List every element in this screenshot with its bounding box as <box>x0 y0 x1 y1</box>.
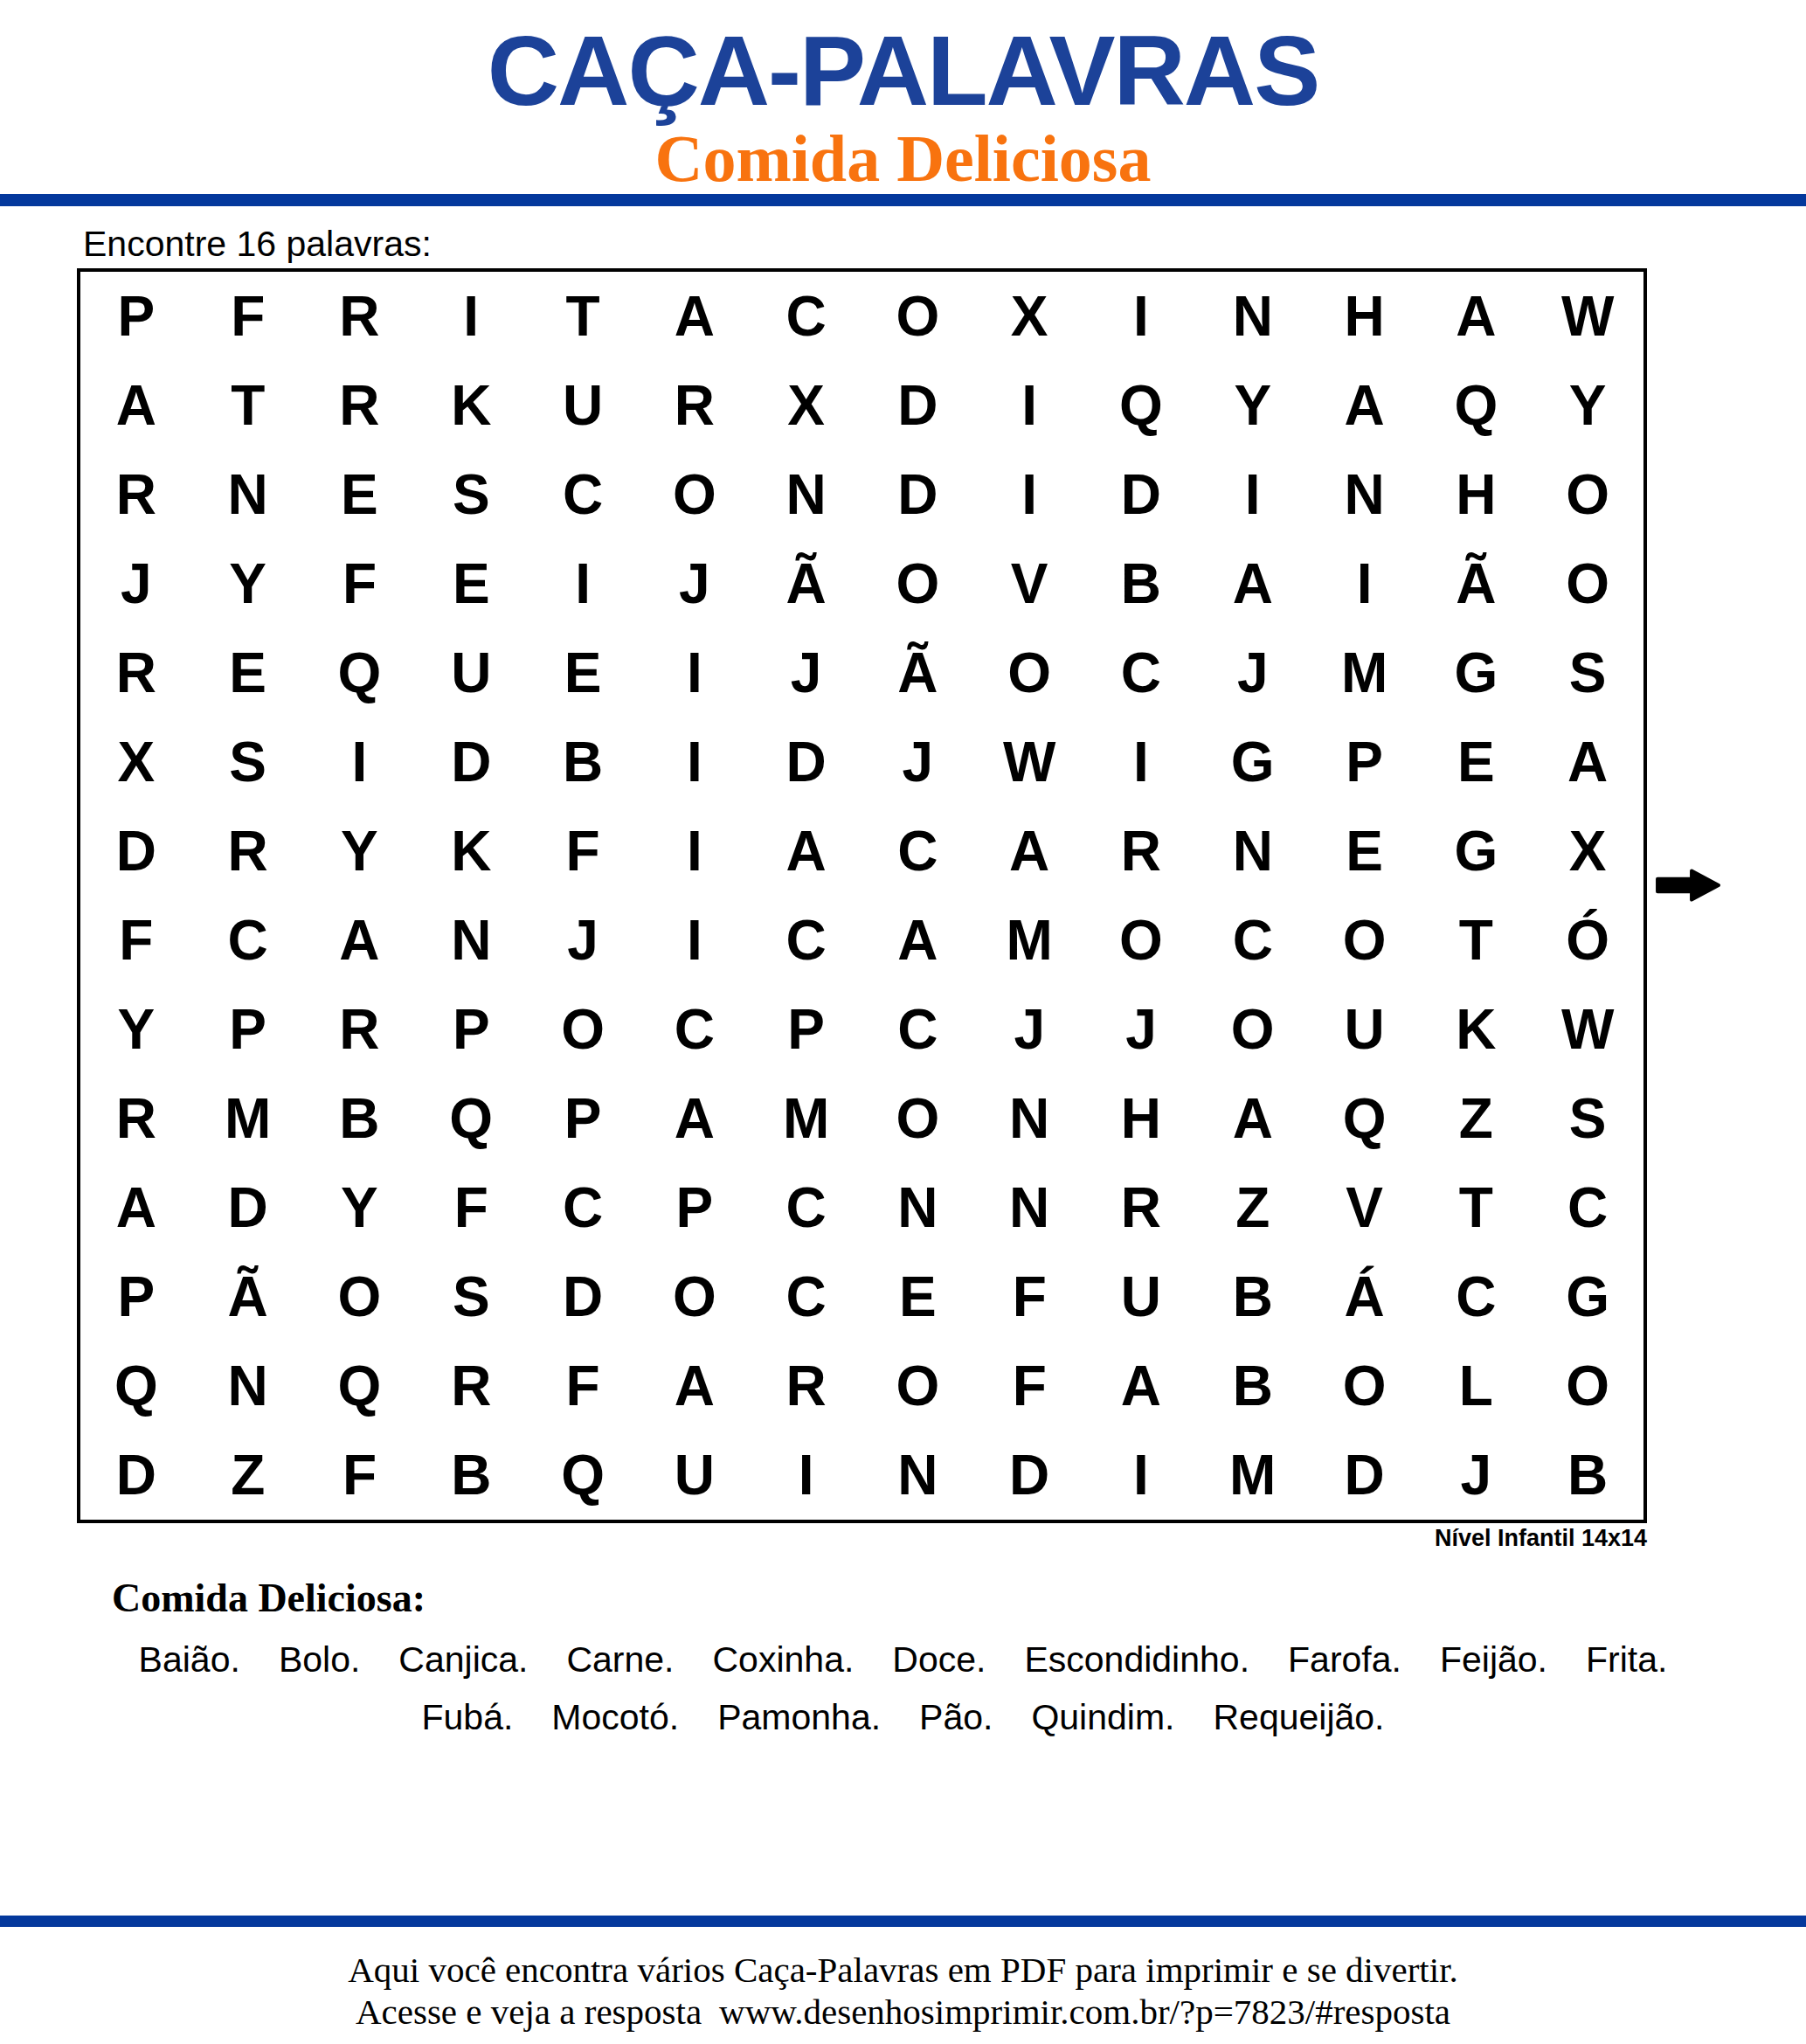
grid-cell[interactable]: Q <box>304 628 416 717</box>
grid-cell[interactable]: A <box>1420 272 1532 361</box>
word-list-item: Baião. <box>139 1639 240 1680</box>
grid-cell[interactable]: N <box>192 450 304 539</box>
word-list-item: Fubá. <box>421 1697 513 1738</box>
grid-cell[interactable]: C <box>861 985 973 1074</box>
grid-cell[interactable]: J <box>861 717 973 807</box>
grid-cell[interactable]: G <box>1532 1252 1643 1341</box>
grid-cell[interactable]: I <box>1085 717 1197 807</box>
grid-cell[interactable]: F <box>80 896 192 985</box>
divider-bar-top <box>0 194 1806 206</box>
page-subtitle: Comida Deliciosa <box>0 124 1806 192</box>
grid-cell[interactable]: J <box>639 539 751 628</box>
grid-cell[interactable]: F <box>304 539 416 628</box>
grid-cell[interactable]: I <box>304 717 416 807</box>
grid-cell[interactable]: A <box>639 1341 751 1431</box>
footer-text-2: Acesse e veja a respostawww.desenhosimpr… <box>0 1991 1806 2033</box>
grid-cell[interactable]: B <box>1197 1341 1309 1431</box>
grid-cell[interactable]: F <box>527 1341 639 1431</box>
grid-cell[interactable]: I <box>973 361 1085 450</box>
grid-cell[interactable]: W <box>1532 985 1643 1074</box>
grid-cell[interactable]: U <box>415 628 527 717</box>
word-list-item: Pamonha. <box>717 1697 881 1738</box>
grid-cell[interactable]: B <box>304 1074 416 1163</box>
grid-cell[interactable]: B <box>1085 539 1197 628</box>
grid-cell[interactable]: Z <box>192 1431 304 1520</box>
grid-cell[interactable]: Q <box>304 1341 416 1431</box>
grid-cell[interactable]: Á <box>1309 1252 1421 1341</box>
grid-cell[interactable]: O <box>1085 896 1197 985</box>
grid-cell[interactable]: W <box>973 717 1085 807</box>
word-search-grid: PFRITACOXINHAWATRKURXDIQYAQYRNESCONDIDIN… <box>77 268 1647 1523</box>
grid-cell[interactable]: B <box>415 1431 527 1520</box>
grid-cell[interactable]: I <box>639 628 751 717</box>
grid-cell[interactable]: K <box>415 361 527 450</box>
grid-cell[interactable]: O <box>861 1074 973 1163</box>
grid-cell[interactable]: I <box>1085 272 1197 361</box>
grid-cell[interactable]: C <box>1085 628 1197 717</box>
grid-cell[interactable]: Z <box>1420 1074 1532 1163</box>
grid-cell[interactable]: A <box>861 896 973 985</box>
page-title: CAÇA-PALAVRAS <box>0 23 1806 119</box>
grid-cell[interactable]: F <box>973 1252 1085 1341</box>
grid-cell[interactable]: P <box>80 1252 192 1341</box>
grid-cell[interactable]: D <box>751 717 862 807</box>
grid-cell[interactable]: N <box>415 896 527 985</box>
grid-cell[interactable]: A <box>639 272 751 361</box>
grid-cell[interactable]: V <box>1309 1163 1421 1252</box>
grid-cell[interactable]: D <box>80 1431 192 1520</box>
grid-cell[interactable]: Q <box>80 1341 192 1431</box>
grid-cell[interactable]: Q <box>1085 361 1197 450</box>
grid-cell[interactable]: C <box>751 1163 862 1252</box>
grid-cell[interactable]: Q <box>1309 1074 1421 1163</box>
grid-cell[interactable]: Y <box>192 539 304 628</box>
grid-cell[interactable]: C <box>1420 1252 1532 1341</box>
instruction-label: Encontre 16 palavras: <box>83 224 432 265</box>
grid-cell[interactable]: M <box>192 1074 304 1163</box>
grid-cell[interactable]: G <box>1197 717 1309 807</box>
grid-cell[interactable]: R <box>1085 807 1197 896</box>
grid-cell[interactable]: A <box>973 807 1085 896</box>
grid-cell[interactable]: Y <box>1197 361 1309 450</box>
grid-cell[interactable]: O <box>639 1252 751 1341</box>
grid-cell[interactable]: H <box>1420 450 1532 539</box>
grid-cell[interactable]: P <box>527 1074 639 1163</box>
grid-cell[interactable]: R <box>304 361 416 450</box>
grid-cell[interactable]: G <box>1420 807 1532 896</box>
grid-cell[interactable]: X <box>1532 807 1643 896</box>
grid-cell[interactable]: I <box>639 896 751 985</box>
grid-cell[interactable]: V <box>973 539 1085 628</box>
grid-cell[interactable]: R <box>304 985 416 1074</box>
grid-cell[interactable]: H <box>1309 272 1421 361</box>
grid-cell[interactable]: X <box>973 272 1085 361</box>
grid-cell[interactable]: A <box>80 361 192 450</box>
grid-cell[interactable]: W <box>1532 272 1643 361</box>
word-list-item: Quindim. <box>1031 1697 1174 1738</box>
grid-cell[interactable]: D <box>1085 450 1197 539</box>
grid-cell[interactable]: O <box>1309 1341 1421 1431</box>
grid-cell[interactable]: P <box>80 272 192 361</box>
grid-cell[interactable]: R <box>80 628 192 717</box>
grid-cell[interactable]: E <box>1309 807 1421 896</box>
page: CAÇA-PALAVRAS Comida Deliciosa Encontre … <box>0 0 1806 2044</box>
grid-cell[interactable]: C <box>751 272 862 361</box>
word-list-item: Doce. <box>892 1639 986 1680</box>
grid-cell[interactable]: J <box>1085 985 1197 1074</box>
grid-cell[interactable]: D <box>973 1431 1085 1520</box>
grid-cell[interactable]: E <box>192 628 304 717</box>
grid-cell[interactable]: B <box>1197 1252 1309 1341</box>
grid-cell[interactable]: I <box>751 1431 862 1520</box>
word-list-item: Bolo. <box>279 1639 360 1680</box>
grid-cell[interactable]: D <box>80 807 192 896</box>
grid-cell[interactable]: U <box>527 361 639 450</box>
grid-cell[interactable]: Ã <box>192 1252 304 1341</box>
grid-cell[interactable]: I <box>639 807 751 896</box>
grid-cell[interactable]: O <box>861 1341 973 1431</box>
grid-cell[interactable]: C <box>527 450 639 539</box>
divider-bar-bottom <box>0 1916 1806 1927</box>
grid-cell[interactable]: A <box>304 896 416 985</box>
grid-cell[interactable]: O <box>639 450 751 539</box>
grid-cell[interactable]: T <box>1420 896 1532 985</box>
grid-cell[interactable]: N <box>1309 450 1421 539</box>
grid-cell[interactable]: I <box>1309 539 1421 628</box>
grid-cell[interactable]: X <box>751 361 862 450</box>
grid-cell[interactable]: R <box>304 272 416 361</box>
grid-cell[interactable]: O <box>304 1252 416 1341</box>
grid-cell[interactable]: A <box>80 1163 192 1252</box>
grid-cell[interactable]: E <box>415 539 527 628</box>
grid-cell[interactable]: J <box>1197 628 1309 717</box>
grid-cell[interactable]: N <box>861 1163 973 1252</box>
grid-cell[interactable]: I <box>973 450 1085 539</box>
grid-cell[interactable]: O <box>1532 1341 1643 1431</box>
grid-cell[interactable]: D <box>861 361 973 450</box>
grid-cell[interactable]: D <box>415 717 527 807</box>
grid-cell[interactable]: Q <box>1420 361 1532 450</box>
word-list-line-1: Baião.Bolo.Canjica.Carne.Coxinha.Doce.Es… <box>0 1639 1806 1680</box>
grid-cell[interactable]: O <box>1197 985 1309 1074</box>
grid-cell[interactable]: P <box>639 1163 751 1252</box>
grid-cell[interactable]: N <box>1197 272 1309 361</box>
grid-cell[interactable]: F <box>304 1431 416 1520</box>
grid-cell[interactable]: O <box>1309 896 1421 985</box>
grid-cell[interactable]: J <box>527 896 639 985</box>
grid-cell[interactable]: T <box>1420 1163 1532 1252</box>
grid-cell[interactable]: G <box>1420 628 1532 717</box>
grid-cell[interactable]: S <box>1532 1074 1643 1163</box>
grid-cell[interactable]: B <box>1532 1431 1643 1520</box>
footer-answer-prefix: Acesse e veja a resposta <box>356 1992 702 2032</box>
word-list-item: Frita. <box>1586 1639 1667 1680</box>
grid-cell[interactable]: Q <box>415 1074 527 1163</box>
grid-cell[interactable]: T <box>192 361 304 450</box>
right-arrow-icon <box>1654 867 1722 904</box>
answer-url[interactable]: www.desenhosimprimir.com.br/?p=7823/#res… <box>719 1992 1450 2032</box>
grid-cell[interactable]: B <box>527 717 639 807</box>
grid-cell[interactable]: D <box>527 1252 639 1341</box>
grid-cell[interactable]: K <box>415 807 527 896</box>
grid-cell[interactable]: O <box>1532 450 1643 539</box>
grid-cell[interactable]: I <box>415 272 527 361</box>
grid-cell[interactable]: F <box>192 272 304 361</box>
grid-cell[interactable]: Ã <box>1420 539 1532 628</box>
word-list-item: Canjica. <box>398 1639 528 1680</box>
grid-cell[interactable]: P <box>1309 717 1421 807</box>
grid-cell[interactable]: F <box>973 1341 1085 1431</box>
grid-cell[interactable]: N <box>973 1163 1085 1252</box>
grid-cell[interactable]: E <box>861 1252 973 1341</box>
grid-cell[interactable]: S <box>415 1252 527 1341</box>
grid-cell[interactable]: P <box>751 985 862 1074</box>
grid-cell[interactable]: N <box>192 1341 304 1431</box>
grid-cell[interactable]: O <box>861 272 973 361</box>
grid-cell[interactable]: C <box>1197 896 1309 985</box>
grid-cell[interactable]: C <box>861 807 973 896</box>
grid-cell[interactable]: A <box>751 807 862 896</box>
grid-cell[interactable]: O <box>861 539 973 628</box>
grid-cell[interactable]: Y <box>304 1163 416 1252</box>
grid-cell[interactable]: A <box>1197 539 1309 628</box>
grid-cell[interactable]: M <box>973 896 1085 985</box>
grid-cell[interactable]: U <box>1309 985 1421 1074</box>
grid-cell[interactable]: S <box>1532 628 1643 717</box>
grid-cell[interactable]: C <box>192 896 304 985</box>
footer-text-1: Aqui você encontra vários Caça-Palavras … <box>0 1949 1806 1991</box>
grid-cell[interactable]: Q <box>527 1431 639 1520</box>
grid-cell[interactable]: K <box>1420 985 1532 1074</box>
word-list-item: Mocotó. <box>551 1697 679 1738</box>
grid-cell[interactable]: M <box>1309 628 1421 717</box>
grid-cell[interactable]: A <box>1085 1341 1197 1431</box>
word-list-item: Escondidinho. <box>1024 1639 1249 1680</box>
grid-cell[interactable]: M <box>751 1074 862 1163</box>
grid-cell[interactable]: R <box>751 1341 862 1431</box>
grid-cell[interactable]: C <box>751 896 862 985</box>
grid-cell[interactable]: T <box>527 272 639 361</box>
grid-cell[interactable]: P <box>192 985 304 1074</box>
grid-cell[interactable]: J <box>1420 1431 1532 1520</box>
level-label: Nível Infantil 14x14 <box>77 1525 1647 1552</box>
grid-cell[interactable]: O <box>1532 539 1643 628</box>
grid-cell[interactable]: N <box>861 1431 973 1520</box>
word-list-item: Pão. <box>919 1697 993 1738</box>
grid-cell[interactable]: C <box>527 1163 639 1252</box>
grid-cell[interactable]: N <box>751 450 862 539</box>
grid-cell[interactable]: U <box>639 1431 751 1520</box>
grid-cell[interactable]: O <box>527 985 639 1074</box>
grid-cell[interactable]: A <box>639 1074 751 1163</box>
word-list-item: Coxinha. <box>713 1639 855 1680</box>
grid-cell[interactable]: Z <box>1197 1163 1309 1252</box>
grid-cell[interactable]: A <box>1197 1074 1309 1163</box>
grid-cell[interactable]: Y <box>1532 361 1643 450</box>
grid-cell[interactable]: C <box>639 985 751 1074</box>
word-list-item: Carne. <box>566 1639 674 1680</box>
grid-cell[interactable]: R <box>639 361 751 450</box>
grid-cell[interactable]: Ã <box>861 628 973 717</box>
word-list-item: Farofa. <box>1288 1639 1401 1680</box>
grid-cell[interactable]: X <box>80 717 192 807</box>
grid-cell[interactable]: D <box>1309 1431 1421 1520</box>
grid-cell[interactable]: I <box>1197 450 1309 539</box>
word-list-heading: Comida Deliciosa: <box>112 1575 426 1621</box>
grid-cell[interactable]: M <box>1197 1431 1309 1520</box>
grid-cell[interactable]: N <box>973 1074 1085 1163</box>
grid-cell[interactable]: E <box>527 628 639 717</box>
grid-cell[interactable]: R <box>80 450 192 539</box>
grid-cell[interactable]: O <box>973 628 1085 717</box>
grid-cell[interactable]: U <box>1085 1252 1197 1341</box>
grid-cell[interactable]: Ó <box>1532 896 1643 985</box>
grid-cell[interactable]: H <box>1085 1074 1197 1163</box>
grid-cell[interactable]: I <box>1085 1431 1197 1520</box>
grid-cell[interactable]: D <box>861 450 973 539</box>
word-list-item: Requeijão. <box>1213 1697 1384 1738</box>
grid-cell[interactable]: R <box>192 807 304 896</box>
grid-cell[interactable]: P <box>415 985 527 1074</box>
grid-cell[interactable]: I <box>639 717 751 807</box>
grid-cell[interactable]: J <box>751 628 862 717</box>
word-list-item: Feijão. <box>1440 1639 1547 1680</box>
grid-cell[interactable]: S <box>192 717 304 807</box>
grid-cell[interactable]: A <box>1532 717 1643 807</box>
grid-cell[interactable]: F <box>415 1163 527 1252</box>
grid-cell[interactable]: C <box>1532 1163 1643 1252</box>
grid-cell[interactable]: C <box>751 1252 862 1341</box>
grid-cell[interactable]: J <box>973 985 1085 1074</box>
word-list-line-2: Fubá.Mocotó.Pamonha.Pão.Quindim.Requeijã… <box>0 1697 1806 1738</box>
grid-cell[interactable]: A <box>1309 361 1421 450</box>
grid-cell[interactable]: J <box>80 539 192 628</box>
grid-cell[interactable]: I <box>527 539 639 628</box>
grid-cell[interactable]: S <box>415 450 527 539</box>
grid-cell[interactable]: E <box>1420 717 1532 807</box>
grid-cell[interactable]: Y <box>304 807 416 896</box>
grid-cell[interactable]: R <box>415 1341 527 1431</box>
grid-cell[interactable]: N <box>1197 807 1309 896</box>
grid-cell[interactable]: Y <box>80 985 192 1074</box>
grid-cell[interactable]: F <box>527 807 639 896</box>
grid-cell[interactable]: D <box>192 1163 304 1252</box>
grid-cell[interactable]: L <box>1420 1341 1532 1431</box>
grid-cell[interactable]: R <box>80 1074 192 1163</box>
grid-cell[interactable]: R <box>1085 1163 1197 1252</box>
grid-cell[interactable]: E <box>304 450 416 539</box>
grid-cell[interactable]: Ã <box>751 539 862 628</box>
